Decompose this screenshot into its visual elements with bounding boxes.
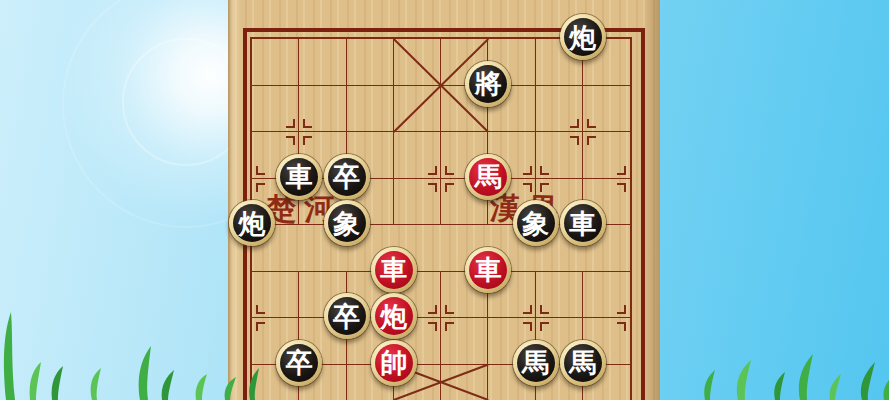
black-elephant-glyph: 象 (517, 204, 555, 242)
black-horse[interactable]: 馬 (560, 340, 606, 386)
grid-cell (536, 86, 583, 133)
black-cannon[interactable]: 炮 (560, 14, 606, 60)
black-cannon-glyph: 炮 (564, 18, 602, 56)
grid-cell (441, 318, 488, 365)
grid-cell (299, 86, 346, 133)
black-soldier[interactable]: 卒 (324, 154, 370, 200)
red-chariot-glyph: 車 (375, 251, 413, 289)
black-horse-glyph: 馬 (564, 344, 602, 382)
grid-cell (252, 86, 299, 133)
red-general-glyph: 帥 (375, 344, 413, 382)
black-horse-glyph: 馬 (517, 344, 555, 382)
black-elephant-glyph: 象 (328, 204, 366, 242)
grid-cell (583, 272, 630, 319)
grid-cell (252, 39, 299, 86)
grid-cell (299, 39, 346, 86)
black-chariot[interactable]: 車 (560, 200, 606, 246)
black-soldier-glyph: 卒 (328, 297, 366, 335)
black-cannon-glyph: 炮 (233, 204, 271, 242)
red-chariot-glyph: 車 (469, 251, 507, 289)
black-soldier[interactable]: 卒 (276, 340, 322, 386)
grid-cell (394, 132, 441, 179)
grid-cell (441, 365, 488, 400)
grid-cell (536, 132, 583, 179)
red-general[interactable]: 帥 (371, 340, 417, 386)
black-horse[interactable]: 馬 (513, 340, 559, 386)
grid-cell (252, 272, 299, 319)
red-horse[interactable]: 馬 (465, 154, 511, 200)
black-cannon[interactable]: 炮 (229, 200, 275, 246)
grid-cell (394, 86, 441, 133)
grid-cell (394, 179, 441, 226)
black-general-glyph: 將 (469, 65, 507, 103)
black-soldier-glyph: 卒 (280, 344, 318, 382)
grid-cell (583, 132, 630, 179)
black-chariot-glyph: 車 (564, 204, 602, 242)
grid-cell (347, 39, 394, 86)
black-elephant[interactable]: 象 (324, 200, 370, 246)
grid-cell (394, 39, 441, 86)
black-soldier[interactable]: 卒 (324, 293, 370, 339)
black-general[interactable]: 將 (465, 61, 511, 107)
grid-cell (536, 272, 583, 319)
red-chariot[interactable]: 車 (465, 247, 511, 293)
red-horse-glyph: 馬 (469, 158, 507, 196)
black-chariot-glyph: 車 (280, 158, 318, 196)
xiangqi-board: 楚河 漢界 炮將車卒馬炮象象車車車卒炮卒帥馬馬 (228, 0, 660, 400)
grid-cell (583, 86, 630, 133)
black-soldier-glyph: 卒 (328, 158, 366, 196)
red-cannon[interactable]: 炮 (371, 293, 417, 339)
red-chariot[interactable]: 車 (371, 247, 417, 293)
black-chariot[interactable]: 車 (276, 154, 322, 200)
grid-cell (347, 86, 394, 133)
black-elephant[interactable]: 象 (513, 200, 559, 246)
game-scene: 楚河 漢界 炮將車卒馬炮象象車車車卒炮卒帥馬馬 (0, 0, 889, 400)
red-cannon-glyph: 炮 (375, 297, 413, 335)
